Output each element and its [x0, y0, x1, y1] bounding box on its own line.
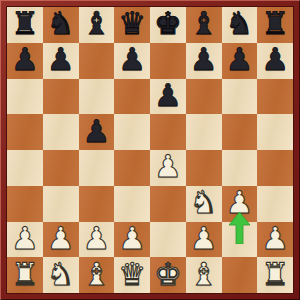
piece-black-knight[interactable]: ♞ — [225, 8, 253, 39]
square-h8[interactable]: ♜ — [257, 7, 293, 43]
square-d8[interactable]: ♛ — [114, 7, 150, 43]
square-d3[interactable] — [114, 186, 150, 222]
piece-white-pawn[interactable]: ♟ — [82, 223, 110, 254]
square-g7[interactable]: ♟ — [222, 43, 258, 79]
chess-board: ♜♞♝♛♚♝♞♜♟♟♟♟♟♟♟♟♟♞♟♟♟♟♟♟♟♜♞♝♛♚♝♜ — [7, 7, 293, 293]
square-c2[interactable]: ♟ — [79, 222, 115, 258]
piece-white-pawn[interactable]: ♟ — [225, 187, 253, 218]
square-g3[interactable]: ♟ — [222, 186, 258, 222]
square-d6[interactable] — [114, 79, 150, 115]
square-d4[interactable] — [114, 150, 150, 186]
square-a7[interactable]: ♟ — [7, 43, 43, 79]
square-a5[interactable] — [7, 114, 43, 150]
square-d5[interactable] — [114, 114, 150, 150]
piece-black-rook[interactable]: ♜ — [261, 8, 289, 39]
square-b6[interactable] — [43, 79, 79, 115]
square-f1[interactable]: ♝ — [186, 257, 222, 293]
square-b8[interactable]: ♞ — [43, 7, 79, 43]
square-g2[interactable] — [222, 222, 258, 258]
piece-black-knight[interactable]: ♞ — [47, 8, 75, 39]
square-e5[interactable] — [150, 114, 186, 150]
piece-white-pawn[interactable]: ♟ — [261, 223, 289, 254]
square-a1[interactable]: ♜ — [7, 257, 43, 293]
square-h5[interactable] — [257, 114, 293, 150]
square-f7[interactable]: ♟ — [186, 43, 222, 79]
square-c8[interactable]: ♝ — [79, 7, 115, 43]
square-e1[interactable]: ♚ — [150, 257, 186, 293]
piece-black-bishop[interactable]: ♝ — [82, 8, 110, 39]
square-f5[interactable] — [186, 114, 222, 150]
square-h6[interactable] — [257, 79, 293, 115]
piece-white-pawn[interactable]: ♟ — [11, 223, 39, 254]
piece-black-pawn[interactable]: ♟ — [225, 44, 253, 75]
square-a3[interactable] — [7, 186, 43, 222]
piece-white-pawn[interactable]: ♟ — [190, 223, 218, 254]
piece-black-pawn[interactable]: ♟ — [47, 44, 75, 75]
piece-black-bishop[interactable]: ♝ — [190, 8, 218, 39]
square-e6[interactable]: ♟ — [150, 79, 186, 115]
square-h3[interactable] — [257, 186, 293, 222]
square-a4[interactable] — [7, 150, 43, 186]
piece-white-king[interactable]: ♚ — [154, 259, 182, 290]
piece-black-king[interactable]: ♚ — [154, 8, 182, 39]
piece-black-pawn[interactable]: ♟ — [118, 44, 146, 75]
piece-white-rook[interactable]: ♜ — [261, 259, 289, 290]
chess-board-frame: ♜♞♝♛♚♝♞♜♟♟♟♟♟♟♟♟♟♞♟♟♟♟♟♟♟♜♞♝♛♚♝♜ — [0, 0, 300, 300]
piece-white-pawn[interactable]: ♟ — [118, 223, 146, 254]
piece-white-rook[interactable]: ♜ — [11, 259, 39, 290]
piece-white-pawn[interactable]: ♟ — [154, 151, 182, 182]
square-g4[interactable] — [222, 150, 258, 186]
square-c5[interactable]: ♟ — [79, 114, 115, 150]
piece-white-pawn[interactable]: ♟ — [47, 223, 75, 254]
square-g8[interactable]: ♞ — [222, 7, 258, 43]
piece-black-pawn[interactable]: ♟ — [154, 80, 182, 111]
square-a2[interactable]: ♟ — [7, 222, 43, 258]
square-g6[interactable] — [222, 79, 258, 115]
square-e2[interactable] — [150, 222, 186, 258]
square-b5[interactable] — [43, 114, 79, 150]
square-f2[interactable]: ♟ — [186, 222, 222, 258]
square-d1[interactable]: ♛ — [114, 257, 150, 293]
square-a6[interactable] — [7, 79, 43, 115]
square-f8[interactable]: ♝ — [186, 7, 222, 43]
square-b1[interactable]: ♞ — [43, 257, 79, 293]
square-e8[interactable]: ♚ — [150, 7, 186, 43]
square-a8[interactable]: ♜ — [7, 7, 43, 43]
square-e3[interactable] — [150, 186, 186, 222]
square-h7[interactable]: ♟ — [257, 43, 293, 79]
piece-black-pawn[interactable]: ♟ — [190, 44, 218, 75]
piece-white-bishop[interactable]: ♝ — [190, 259, 218, 290]
square-c4[interactable] — [79, 150, 115, 186]
square-c7[interactable] — [79, 43, 115, 79]
piece-white-knight[interactable]: ♞ — [47, 259, 75, 290]
square-c1[interactable]: ♝ — [79, 257, 115, 293]
square-h1[interactable]: ♜ — [257, 257, 293, 293]
square-f4[interactable] — [186, 150, 222, 186]
square-b3[interactable] — [43, 186, 79, 222]
square-e7[interactable] — [150, 43, 186, 79]
piece-white-queen[interactable]: ♛ — [118, 259, 146, 290]
square-b2[interactable]: ♟ — [43, 222, 79, 258]
square-h4[interactable] — [257, 150, 293, 186]
square-d7[interactable]: ♟ — [114, 43, 150, 79]
square-e4[interactable]: ♟ — [150, 150, 186, 186]
piece-black-queen[interactable]: ♛ — [118, 8, 146, 39]
square-d2[interactable]: ♟ — [114, 222, 150, 258]
square-g1[interactable] — [222, 257, 258, 293]
square-g5[interactable] — [222, 114, 258, 150]
square-c3[interactable] — [79, 186, 115, 222]
piece-black-pawn[interactable]: ♟ — [82, 116, 110, 147]
square-h2[interactable]: ♟ — [257, 222, 293, 258]
piece-black-pawn[interactable]: ♟ — [11, 44, 39, 75]
square-f3[interactable]: ♞ — [186, 186, 222, 222]
piece-black-pawn[interactable]: ♟ — [261, 44, 289, 75]
square-b7[interactable]: ♟ — [43, 43, 79, 79]
piece-white-knight[interactable]: ♞ — [190, 187, 218, 218]
piece-black-rook[interactable]: ♜ — [11, 8, 39, 39]
square-c6[interactable] — [79, 79, 115, 115]
square-f6[interactable] — [186, 79, 222, 115]
square-b4[interactable] — [43, 150, 79, 186]
piece-white-bishop[interactable]: ♝ — [82, 259, 110, 290]
